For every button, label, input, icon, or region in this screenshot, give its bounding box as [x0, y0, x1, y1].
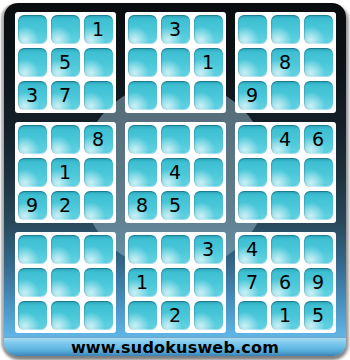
- cell-r6c3[interactable]: [84, 191, 113, 220]
- cell-r2c8[interactable]: 8: [271, 48, 300, 77]
- cell-r4c7[interactable]: [238, 125, 267, 154]
- cell-r4c5[interactable]: [161, 125, 190, 154]
- cell-r5c8[interactable]: [271, 158, 300, 187]
- cell-r6c9[interactable]: [304, 191, 333, 220]
- cell-r1c3[interactable]: 1: [84, 15, 113, 44]
- cell-r8c1[interactable]: [18, 268, 47, 297]
- cell-r1c7[interactable]: [238, 15, 267, 44]
- box-8: 312: [125, 232, 226, 333]
- cell-r8c6[interactable]: [194, 268, 223, 297]
- cell-r9c6[interactable]: [194, 301, 223, 330]
- box-1: 1537: [15, 12, 116, 113]
- cell-r1c6[interactable]: [194, 15, 223, 44]
- cell-r3c2[interactable]: 7: [51, 81, 80, 110]
- cell-r2c9[interactable]: [304, 48, 333, 77]
- cell-r9c5[interactable]: 2: [161, 301, 190, 330]
- cell-r6c2[interactable]: 2: [51, 191, 80, 220]
- cell-r7c5[interactable]: [161, 235, 190, 264]
- cell-r4c9[interactable]: 6: [304, 125, 333, 154]
- cell-r6c5[interactable]: 5: [161, 191, 190, 220]
- cell-r7c9[interactable]: [304, 235, 333, 264]
- cell-r2c4[interactable]: [128, 48, 157, 77]
- cell-r7c6[interactable]: 3: [194, 235, 223, 264]
- cell-r5c6[interactable]: [194, 158, 223, 187]
- cell-r2c7[interactable]: [238, 48, 267, 77]
- cell-r8c9[interactable]: 9: [304, 268, 333, 297]
- box-7: [15, 232, 116, 333]
- cell-r5c1[interactable]: [18, 158, 47, 187]
- cell-r7c8[interactable]: [271, 235, 300, 264]
- cell-r5c2[interactable]: 1: [51, 158, 80, 187]
- box-3: 89: [235, 12, 336, 113]
- cell-r7c2[interactable]: [51, 235, 80, 264]
- cell-r8c2[interactable]: [51, 268, 80, 297]
- cell-r7c1[interactable]: [18, 235, 47, 264]
- cell-r9c1[interactable]: [18, 301, 47, 330]
- box-4: 8192: [15, 122, 116, 223]
- cell-r9c3[interactable]: [84, 301, 113, 330]
- cell-r1c9[interactable]: [304, 15, 333, 44]
- cell-r2c6[interactable]: 1: [194, 48, 223, 77]
- sudoku-board: 15373189819248546312476915: [4, 3, 346, 337]
- box-9: 476915: [235, 232, 336, 333]
- cell-r4c4[interactable]: [128, 125, 157, 154]
- cell-r1c1[interactable]: [18, 15, 47, 44]
- cell-r1c2[interactable]: [51, 15, 80, 44]
- cell-r5c4[interactable]: [128, 158, 157, 187]
- box-6: 46: [235, 122, 336, 223]
- cell-r3c9[interactable]: [304, 81, 333, 110]
- cell-r1c4[interactable]: [128, 15, 157, 44]
- cell-r4c1[interactable]: [18, 125, 47, 154]
- cell-r5c7[interactable]: [238, 158, 267, 187]
- cell-r9c7[interactable]: [238, 301, 267, 330]
- cell-r9c8[interactable]: 1: [271, 301, 300, 330]
- cell-r1c8[interactable]: [271, 15, 300, 44]
- cell-r8c8[interactable]: 6: [271, 268, 300, 297]
- cell-r8c5[interactable]: [161, 268, 190, 297]
- cell-r7c7[interactable]: 4: [238, 235, 267, 264]
- cell-r3c6[interactable]: [194, 81, 223, 110]
- cell-r3c5[interactable]: [161, 81, 190, 110]
- footer-band: www.sudokusweb.com: [4, 337, 346, 356]
- cell-r3c1[interactable]: 3: [18, 81, 47, 110]
- cell-r8c3[interactable]: [84, 268, 113, 297]
- cell-r8c7[interactable]: 7: [238, 268, 267, 297]
- cell-r2c5[interactable]: [161, 48, 190, 77]
- cell-r3c7[interactable]: 9: [238, 81, 267, 110]
- box-5: 485: [125, 122, 226, 223]
- cell-r4c8[interactable]: 4: [271, 125, 300, 154]
- cell-r3c3[interactable]: [84, 81, 113, 110]
- cell-r4c2[interactable]: [51, 125, 80, 154]
- cell-r9c2[interactable]: [51, 301, 80, 330]
- box-2: 31: [125, 12, 226, 113]
- cell-r7c3[interactable]: [84, 235, 113, 264]
- cell-r5c9[interactable]: [304, 158, 333, 187]
- cell-r3c4[interactable]: [128, 81, 157, 110]
- puzzle-plaque: 15373189819248546312476915 www.sudokuswe…: [4, 3, 346, 356]
- cell-r1c5[interactable]: 3: [161, 15, 190, 44]
- cell-r6c7[interactable]: [238, 191, 267, 220]
- cell-r9c9[interactable]: 5: [304, 301, 333, 330]
- cell-r8c4[interactable]: 1: [128, 268, 157, 297]
- cell-r5c5[interactable]: 4: [161, 158, 190, 187]
- cell-r2c1[interactable]: [18, 48, 47, 77]
- cell-r4c3[interactable]: 8: [84, 125, 113, 154]
- sudoku-screenshot: 15373189819248546312476915 www.sudokuswe…: [0, 0, 350, 360]
- cell-r2c3[interactable]: [84, 48, 113, 77]
- cell-r6c8[interactable]: [271, 191, 300, 220]
- cell-r2c2[interactable]: 5: [51, 48, 80, 77]
- cell-r9c4[interactable]: [128, 301, 157, 330]
- cell-r5c3[interactable]: [84, 158, 113, 187]
- cell-r3c8[interactable]: [271, 81, 300, 110]
- cell-r6c4[interactable]: 8: [128, 191, 157, 220]
- cell-r4c6[interactable]: [194, 125, 223, 154]
- cell-r6c6[interactable]: [194, 191, 223, 220]
- cell-r6c1[interactable]: 9: [18, 191, 47, 220]
- cell-r7c4[interactable]: [128, 235, 157, 264]
- site-url-label: www.sudokusweb.com: [71, 338, 279, 356]
